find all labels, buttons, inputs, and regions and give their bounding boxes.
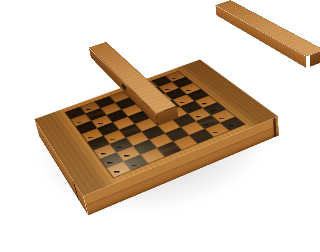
black-storage-rail-top xyxy=(215,0,320,56)
chess-set-photo: ♜♞♝♛♚♝♞♜♟♟♟♟♟♟♟♟♟♟♟♟♟♟♟♟♜♞♝♛♚♝♞♜ xyxy=(0,0,320,252)
